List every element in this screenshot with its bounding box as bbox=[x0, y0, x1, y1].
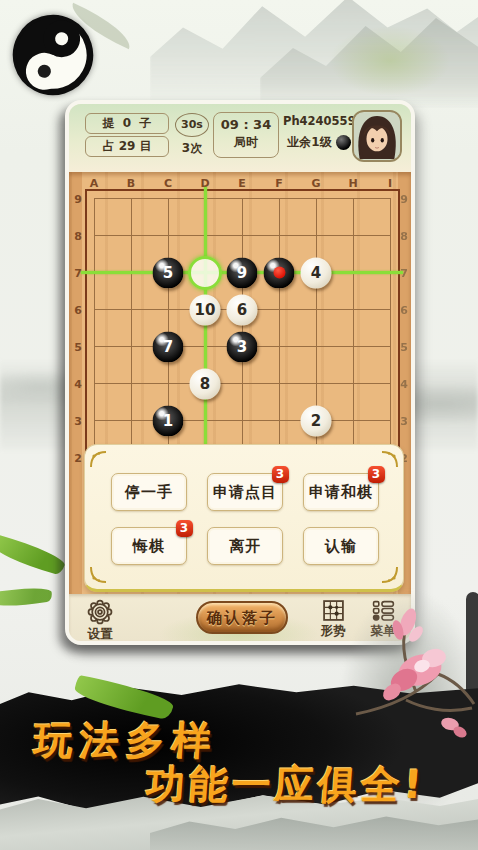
move-number: 4 bbox=[311, 265, 321, 280]
stone-white-E6[interactable]: 6 bbox=[227, 294, 258, 325]
stone-black-E5[interactable]: 3 bbox=[227, 331, 258, 362]
coord-label-col-H: H bbox=[348, 177, 357, 190]
gold-ornament-icon bbox=[89, 565, 109, 585]
green-leaf bbox=[0, 583, 53, 610]
territory-label: 占 bbox=[102, 139, 114, 153]
coord-label-col-A: A bbox=[90, 177, 99, 190]
stone-black-C7[interactable]: 5 bbox=[153, 257, 184, 288]
coord-label-col-B: B bbox=[127, 177, 135, 190]
request-draw-button[interactable]: 申请和棋3 bbox=[303, 473, 379, 511]
coord-label-col-E: E bbox=[238, 177, 246, 190]
byoyomi-time: 30s bbox=[175, 113, 209, 137]
player-rank: 业余1级 bbox=[287, 134, 331, 151]
stone-black-E7[interactable]: 9 bbox=[227, 257, 258, 288]
player-id: Ph4240559 bbox=[283, 114, 355, 128]
request-draw-badge: 3 bbox=[368, 466, 385, 483]
player-info: Ph4240559 业余1级 bbox=[283, 114, 355, 151]
last-move-marker bbox=[273, 267, 285, 279]
undo-button[interactable]: 悔棋3 bbox=[111, 527, 187, 565]
coord-label-row-8-left: 8 bbox=[74, 229, 82, 242]
move-number: 9 bbox=[237, 265, 247, 280]
request-count-badge: 3 bbox=[272, 466, 289, 483]
territory-value: 29 bbox=[119, 139, 136, 153]
captures-unit: 子 bbox=[140, 116, 152, 130]
magnolia-flowers bbox=[346, 596, 478, 780]
request-count-label: 申请点目 bbox=[213, 483, 277, 502]
banner-line2: 功能一应俱全! bbox=[144, 758, 428, 812]
pass-label: 停一手 bbox=[125, 483, 173, 502]
game-panel: 提 0 子 占 29 目 30s 3次 09 : 34 局时 Ph4240559… bbox=[65, 100, 415, 645]
black-stone-icon bbox=[336, 135, 351, 150]
green-leaf bbox=[0, 534, 68, 576]
action-card: 停一手申请点目3申请和棋3悔棋3离开认输 bbox=[84, 444, 404, 592]
coord-label-col-G: G bbox=[311, 177, 320, 190]
coord-label-row-9-left: 9 bbox=[74, 192, 82, 205]
stone-white-D6[interactable]: 10 bbox=[190, 294, 221, 325]
request-count-button[interactable]: 申请点目3 bbox=[207, 473, 283, 511]
settings-label: 设置 bbox=[88, 626, 113, 641]
yinyang-logo-icon bbox=[12, 13, 94, 97]
captures-value: 0 bbox=[123, 116, 131, 130]
resign-button[interactable]: 认输 bbox=[303, 527, 379, 565]
coord-label-row-9-right: 9 bbox=[400, 192, 408, 205]
stone-white-D4[interactable]: 8 bbox=[190, 368, 221, 399]
gold-ornament-icon bbox=[89, 449, 109, 469]
stone-white-G3[interactable]: 2 bbox=[301, 405, 332, 436]
coord-label-col-I: I bbox=[388, 177, 392, 190]
request-draw-label: 申请和棋 bbox=[309, 483, 373, 502]
stone-black-C5[interactable]: 7 bbox=[153, 331, 184, 362]
app-screen: 提 0 子 占 29 目 30s 3次 09 : 34 局时 Ph4240559… bbox=[0, 0, 478, 850]
move-number: 10 bbox=[195, 302, 216, 317]
coord-label-row-8-right: 8 bbox=[400, 229, 408, 242]
gear-icon bbox=[87, 599, 113, 625]
gold-ornament-icon bbox=[379, 565, 399, 585]
coord-label-row-5-left: 5 bbox=[74, 340, 82, 353]
hud: 提 0 子 占 29 目 30s 3次 09 : 34 局时 Ph4240559… bbox=[69, 104, 411, 172]
game-clock-label: 局时 bbox=[214, 134, 278, 151]
coord-label-col-C: C bbox=[164, 177, 172, 190]
move-number: 5 bbox=[163, 265, 173, 280]
coord-label-row-4-left: 4 bbox=[74, 377, 82, 390]
move-number: 1 bbox=[163, 413, 173, 428]
leave-button[interactable]: 离开 bbox=[207, 527, 283, 565]
territory-unit: 目 bbox=[140, 139, 152, 153]
coord-label-row-4-right: 4 bbox=[400, 377, 408, 390]
settings-button[interactable]: 设置 bbox=[77, 599, 123, 643]
stone-black-C3[interactable]: 1 bbox=[153, 405, 184, 436]
undo-badge: 3 bbox=[176, 520, 193, 537]
pass-button[interactable]: 停一手 bbox=[111, 473, 187, 511]
move-number: 2 bbox=[311, 413, 321, 428]
stone-black-F7[interactable] bbox=[264, 257, 295, 288]
coord-label-row-3-left: 3 bbox=[74, 414, 82, 427]
byoyomi-periods: 3次 bbox=[175, 140, 209, 157]
move-number: 3 bbox=[237, 339, 247, 354]
stone-white-G7[interactable]: 4 bbox=[301, 257, 332, 288]
move-number: 8 bbox=[200, 376, 210, 391]
move-number: 7 bbox=[163, 339, 173, 354]
coord-label-row-6-right: 6 bbox=[400, 303, 408, 316]
captures-box: 提 0 子 bbox=[85, 113, 169, 134]
pending-move-cursor[interactable] bbox=[188, 256, 222, 290]
coord-label-row-2-left: 2 bbox=[74, 451, 82, 464]
game-clock-box: 09 : 34 局时 bbox=[213, 112, 279, 158]
resign-label: 认输 bbox=[325, 537, 357, 556]
avatar[interactable] bbox=[352, 110, 402, 162]
undo-label: 悔棋 bbox=[133, 537, 165, 556]
captures-label: 提 bbox=[102, 116, 114, 130]
coord-label-row-3-right: 3 bbox=[400, 414, 408, 427]
leave-label: 离开 bbox=[229, 537, 261, 556]
coord-label-row-5-right: 5 bbox=[400, 340, 408, 353]
coord-label-row-6-left: 6 bbox=[74, 303, 82, 316]
confirm-move-button[interactable]: 确认落子 bbox=[196, 601, 288, 634]
green-mist bbox=[330, 26, 450, 96]
game-clock-time: 09 : 34 bbox=[214, 117, 278, 132]
coord-label-col-F: F bbox=[275, 177, 283, 190]
territory-box: 占 29 目 bbox=[85, 136, 169, 157]
move-number: 6 bbox=[237, 302, 247, 317]
